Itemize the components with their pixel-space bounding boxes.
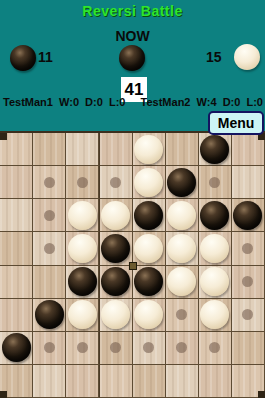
board-cell[interactable] — [33, 199, 66, 232]
board-cell[interactable] — [33, 166, 66, 199]
legal-move-hint-dot[interactable] — [44, 342, 55, 353]
board-cell[interactable] — [99, 266, 132, 299]
board-cell[interactable] — [99, 199, 132, 232]
board-corner-marker — [0, 391, 7, 398]
board-cell[interactable] — [166, 365, 199, 398]
board-cell[interactable] — [66, 166, 99, 199]
board-cell[interactable] — [199, 299, 232, 332]
legal-move-hint-dot[interactable] — [209, 342, 220, 353]
board-cell[interactable] — [66, 332, 99, 365]
white-disc — [68, 300, 97, 329]
board-cell[interactable] — [133, 232, 166, 265]
black-score-disc — [10, 45, 36, 71]
black-disc — [101, 267, 130, 296]
app-screen: Reversi Battle NOW 11 15 41 TestMan1 W:0… — [0, 0, 265, 398]
board-center-marker — [129, 262, 137, 270]
white-disc — [134, 300, 163, 329]
board-cell[interactable] — [199, 199, 232, 232]
menu-button[interactable]: Menu — [208, 111, 264, 135]
board-cell[interactable] — [66, 266, 99, 299]
white-disc — [68, 234, 97, 263]
black-disc — [68, 267, 97, 296]
board-cell[interactable] — [33, 232, 66, 265]
legal-move-hint-dot[interactable] — [44, 210, 55, 221]
board-cell[interactable] — [33, 299, 66, 332]
legal-move-hint-dot[interactable] — [77, 177, 88, 188]
white-score-disc — [234, 44, 260, 70]
board-cell[interactable] — [133, 365, 166, 398]
board-cell[interactable] — [166, 232, 199, 265]
board-cell[interactable] — [166, 199, 199, 232]
white-disc — [134, 168, 163, 197]
legal-move-hint-dot[interactable] — [44, 243, 55, 254]
board-cell[interactable] — [232, 266, 265, 299]
legal-move-hint-dot[interactable] — [44, 177, 55, 188]
black-disc — [134, 267, 163, 296]
board-cell[interactable] — [232, 232, 265, 265]
board-cell[interactable] — [133, 332, 166, 365]
black-disc — [134, 201, 163, 230]
board-cell[interactable] — [199, 166, 232, 199]
board-cell[interactable] — [66, 365, 99, 398]
board-corner-marker — [258, 391, 265, 398]
white-disc — [200, 234, 229, 263]
board-cell[interactable] — [0, 199, 33, 232]
black-disc — [2, 333, 31, 362]
current-turn-disc — [119, 45, 145, 71]
legal-move-hint-dot[interactable] — [176, 342, 187, 353]
board-cell[interactable] — [99, 332, 132, 365]
board-cell[interactable] — [166, 299, 199, 332]
legal-move-hint-dot[interactable] — [143, 342, 154, 353]
board-cell[interactable] — [0, 166, 33, 199]
black-disc — [233, 201, 262, 230]
board-cell[interactable] — [166, 133, 199, 166]
board-cell[interactable] — [166, 266, 199, 299]
board-cell[interactable] — [0, 299, 33, 332]
white-disc — [134, 135, 163, 164]
board-cell[interactable] — [33, 365, 66, 398]
board-cell[interactable] — [66, 299, 99, 332]
board-cell[interactable] — [33, 266, 66, 299]
now-turn-label: NOW — [0, 28, 265, 44]
board-cell[interactable] — [33, 332, 66, 365]
board-cell[interactable] — [99, 166, 132, 199]
board-cell[interactable] — [99, 133, 132, 166]
board-corner-marker — [0, 133, 7, 140]
board-cell[interactable] — [133, 299, 166, 332]
app-title: Reversi Battle — [0, 3, 265, 19]
white-disc-count: 15 — [206, 49, 222, 65]
board-cell[interactable] — [0, 332, 33, 365]
legal-move-hint-dot[interactable] — [176, 309, 187, 320]
legal-move-hint-dot[interactable] — [77, 342, 88, 353]
legal-move-hint-dot[interactable] — [242, 243, 253, 254]
board-cell[interactable] — [99, 365, 132, 398]
black-disc — [200, 135, 229, 164]
black-disc — [35, 300, 64, 329]
player1-record: TestMan1 W:0 D:0 L:0 — [3, 96, 125, 108]
legal-move-hint-dot[interactable] — [242, 309, 253, 320]
white-disc — [101, 300, 130, 329]
board-cell[interactable] — [199, 133, 232, 166]
board-cell[interactable] — [133, 166, 166, 199]
white-disc — [200, 300, 229, 329]
board-cell[interactable] — [66, 133, 99, 166]
legal-move-hint-dot[interactable] — [242, 276, 253, 287]
board-cell[interactable] — [232, 299, 265, 332]
board-cell[interactable] — [133, 266, 166, 299]
board-cell[interactable] — [133, 133, 166, 166]
black-disc-count: 11 — [38, 49, 53, 65]
board-cell[interactable] — [199, 365, 232, 398]
board-cell[interactable] — [166, 332, 199, 365]
board-cell[interactable] — [133, 199, 166, 232]
white-disc — [68, 201, 97, 230]
board-cell[interactable] — [0, 266, 33, 299]
board-cell[interactable] — [166, 166, 199, 199]
legal-move-hint-dot[interactable] — [110, 342, 121, 353]
board-cell[interactable] — [232, 199, 265, 232]
board-cell[interactable] — [199, 232, 232, 265]
white-disc — [200, 267, 229, 296]
board-cell[interactable] — [99, 299, 132, 332]
board-cell[interactable] — [199, 266, 232, 299]
white-disc — [101, 201, 130, 230]
black-disc — [101, 234, 130, 263]
white-disc — [134, 234, 163, 263]
board-cell[interactable] — [66, 199, 99, 232]
player2-record: TestMan2 W:4 D:0 L:0 — [141, 96, 263, 108]
board-cell[interactable] — [0, 232, 33, 265]
board-cell[interactable] — [232, 166, 265, 199]
black-disc — [167, 168, 196, 197]
legal-move-hint-dot[interactable] — [110, 177, 121, 188]
white-disc — [167, 234, 196, 263]
black-disc — [200, 201, 229, 230]
board-cell[interactable] — [232, 332, 265, 365]
board-cell[interactable] — [33, 133, 66, 166]
legal-move-hint-dot[interactable] — [209, 177, 220, 188]
reversi-board — [0, 131, 265, 398]
white-disc — [167, 267, 196, 296]
board-cell[interactable] — [66, 232, 99, 265]
board-cell[interactable] — [199, 332, 232, 365]
white-disc — [167, 201, 196, 230]
